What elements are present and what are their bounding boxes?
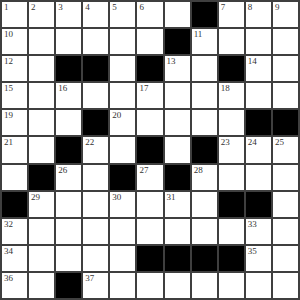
cell-r3c1[interactable] xyxy=(29,83,54,108)
clue-number-13: 13 xyxy=(167,56,176,66)
cell-r0c0[interactable]: 1 xyxy=(2,2,27,27)
cell-r9c1[interactable] xyxy=(29,246,54,271)
cell-r6c4-black xyxy=(110,165,135,190)
cell-r0c6[interactable] xyxy=(165,2,190,27)
cell-r2c4[interactable] xyxy=(110,56,135,81)
cell-r0c4[interactable]: 5 xyxy=(110,2,135,27)
cell-r10c5[interactable] xyxy=(137,273,162,298)
clue-number-30: 30 xyxy=(112,192,121,202)
cell-r4c5[interactable] xyxy=(137,110,162,135)
clue-number-32: 32 xyxy=(4,219,13,229)
clue-number-8: 8 xyxy=(248,2,253,12)
cell-r8c4[interactable] xyxy=(110,219,135,244)
cell-r7c3[interactable] xyxy=(83,192,108,217)
clue-number-25: 25 xyxy=(275,137,284,147)
cell-r9c0[interactable]: 34 xyxy=(2,246,27,271)
clue-number-33: 33 xyxy=(248,219,257,229)
cell-r7c0-black xyxy=(2,192,27,217)
cell-r3c7[interactable] xyxy=(192,83,217,108)
clue-number-11: 11 xyxy=(194,29,203,39)
cell-r0c3[interactable]: 4 xyxy=(83,2,108,27)
cell-r0c8[interactable]: 7 xyxy=(219,2,244,27)
clue-number-1: 1 xyxy=(4,2,9,12)
cell-r5c0[interactable]: 21 xyxy=(2,137,27,162)
cell-r4c8[interactable] xyxy=(219,110,244,135)
cell-r8c9[interactable]: 33 xyxy=(246,219,271,244)
cell-r8c6[interactable] xyxy=(165,219,190,244)
cell-r7c2[interactable] xyxy=(56,192,81,217)
cell-r5c7-black xyxy=(192,137,217,162)
cell-r1c10[interactable] xyxy=(273,29,298,54)
cell-r8c1[interactable] xyxy=(29,219,54,244)
clue-number-36: 36 xyxy=(4,273,13,283)
clue-number-9: 9 xyxy=(275,2,280,12)
cell-r9c8-black xyxy=(219,246,244,271)
cell-r3c3[interactable] xyxy=(83,83,108,108)
clue-number-12: 12 xyxy=(4,56,13,66)
cell-r0c1[interactable]: 2 xyxy=(29,2,54,27)
clue-number-24: 24 xyxy=(248,137,257,147)
cell-r6c6-black xyxy=(165,165,190,190)
cell-r2c8-black xyxy=(219,56,244,81)
cell-r8c3[interactable] xyxy=(83,219,108,244)
cell-r10c6[interactable] xyxy=(165,273,190,298)
cell-r6c2[interactable]: 26 xyxy=(56,165,81,190)
cell-r9c6-black xyxy=(165,246,190,271)
cell-r8c0[interactable]: 32 xyxy=(2,219,27,244)
cell-r6c7[interactable]: 28 xyxy=(192,165,217,190)
clue-number-7: 7 xyxy=(221,2,226,12)
cell-r9c3[interactable] xyxy=(83,246,108,271)
clue-number-26: 26 xyxy=(58,165,67,175)
cell-r10c10[interactable] xyxy=(273,273,298,298)
cell-r7c5[interactable] xyxy=(137,192,162,217)
cell-r0c2[interactable]: 3 xyxy=(56,2,81,27)
cell-r5c8[interactable]: 23 xyxy=(219,137,244,162)
cell-r3c9[interactable] xyxy=(246,83,271,108)
clue-number-5: 5 xyxy=(112,2,117,12)
cell-r6c5[interactable]: 27 xyxy=(137,165,162,190)
clue-number-20: 20 xyxy=(112,110,121,120)
cell-r2c7[interactable] xyxy=(192,56,217,81)
clue-number-15: 15 xyxy=(4,83,13,93)
cell-r5c6[interactable] xyxy=(165,137,190,162)
cell-r0c9[interactable]: 8 xyxy=(246,2,271,27)
cell-r10c2-black xyxy=(56,273,81,298)
cell-r9c10[interactable] xyxy=(273,246,298,271)
cell-r4c0[interactable]: 19 xyxy=(2,110,27,135)
clue-number-22: 22 xyxy=(85,137,94,147)
cell-r5c9[interactable]: 24 xyxy=(246,137,271,162)
cell-r4c6[interactable] xyxy=(165,110,190,135)
cell-r8c7[interactable] xyxy=(192,219,217,244)
cell-r9c9[interactable]: 35 xyxy=(246,246,271,271)
cell-r3c6[interactable] xyxy=(165,83,190,108)
cell-r5c10[interactable]: 25 xyxy=(273,137,298,162)
cell-r3c10[interactable] xyxy=(273,83,298,108)
clue-number-18: 18 xyxy=(221,83,230,93)
clue-number-27: 27 xyxy=(139,165,148,175)
cell-r6c3[interactable] xyxy=(83,165,108,190)
cell-r1c8[interactable] xyxy=(219,29,244,54)
cell-r4c10-black xyxy=(273,110,298,135)
cell-r7c1[interactable]: 29 xyxy=(29,192,54,217)
clue-number-21: 21 xyxy=(4,137,13,147)
cell-r9c7-black xyxy=(192,246,217,271)
cell-r4c4[interactable]: 20 xyxy=(110,110,135,135)
cell-r5c3[interactable]: 22 xyxy=(83,137,108,162)
cell-r3c5[interactable]: 17 xyxy=(137,83,162,108)
clue-number-23: 23 xyxy=(221,137,230,147)
clue-number-4: 4 xyxy=(85,2,90,12)
clue-number-31: 31 xyxy=(167,192,176,202)
cell-r10c1[interactable] xyxy=(29,273,54,298)
cell-r8c5[interactable] xyxy=(137,219,162,244)
clue-number-6: 6 xyxy=(139,2,144,12)
cell-r1c5[interactable] xyxy=(137,29,162,54)
cell-r2c10[interactable] xyxy=(273,56,298,81)
cell-r10c8[interactable] xyxy=(219,273,244,298)
cell-r8c2[interactable] xyxy=(56,219,81,244)
cell-r3c0[interactable]: 15 xyxy=(2,83,27,108)
cell-r5c1[interactable] xyxy=(29,137,54,162)
cell-r3c2[interactable]: 16 xyxy=(56,83,81,108)
cell-r5c5-black xyxy=(137,137,162,162)
cell-r1c7[interactable]: 11 xyxy=(192,29,217,54)
clue-number-34: 34 xyxy=(4,246,13,256)
cell-r2c9[interactable]: 14 xyxy=(246,56,271,81)
cell-r1c3[interactable] xyxy=(83,29,108,54)
cell-r1c0[interactable]: 10 xyxy=(2,29,27,54)
clue-number-2: 2 xyxy=(31,2,36,12)
cell-r1c9[interactable] xyxy=(246,29,271,54)
cell-r6c0[interactable] xyxy=(2,165,27,190)
cell-r6c10[interactable] xyxy=(273,165,298,190)
crossword-grid: 1234567891011121314151617181920212223242… xyxy=(0,0,300,300)
clue-number-14: 14 xyxy=(248,56,257,66)
cell-r7c6[interactable]: 31 xyxy=(165,192,190,217)
cell-r4c9-black xyxy=(246,110,271,135)
cell-r3c4[interactable] xyxy=(110,83,135,108)
cell-r6c8[interactable] xyxy=(219,165,244,190)
cell-r3c8[interactable]: 18 xyxy=(219,83,244,108)
clue-number-28: 28 xyxy=(194,165,203,175)
cell-r6c9[interactable] xyxy=(246,165,271,190)
cell-r5c4[interactable] xyxy=(110,137,135,162)
cell-r1c6-black xyxy=(165,29,190,54)
cell-r10c4[interactable] xyxy=(110,273,135,298)
cell-r1c4[interactable] xyxy=(110,29,135,54)
cell-r7c10[interactable] xyxy=(273,192,298,217)
cell-r1c1[interactable] xyxy=(29,29,54,54)
cell-r7c7[interactable] xyxy=(192,192,217,217)
cell-r0c5[interactable]: 6 xyxy=(137,2,162,27)
cell-r7c8-black xyxy=(219,192,244,217)
clue-number-10: 10 xyxy=(4,29,13,39)
cell-r2c2-black xyxy=(56,56,81,81)
clue-number-29: 29 xyxy=(31,192,40,202)
cell-r2c0[interactable]: 12 xyxy=(2,56,27,81)
cell-r8c10[interactable] xyxy=(273,219,298,244)
cell-r9c2[interactable] xyxy=(56,246,81,271)
cell-r4c3-black xyxy=(83,110,108,135)
cell-r10c9[interactable] xyxy=(246,273,271,298)
cell-r9c4[interactable] xyxy=(110,246,135,271)
cell-r10c0[interactable]: 36 xyxy=(2,273,27,298)
cell-r9c5-black xyxy=(137,246,162,271)
cell-r1c2[interactable] xyxy=(56,29,81,54)
cell-r2c3-black xyxy=(83,56,108,81)
cell-r4c7[interactable] xyxy=(192,110,217,135)
cell-r4c2[interactable] xyxy=(56,110,81,135)
cell-r2c5-black xyxy=(137,56,162,81)
cell-r7c9-black xyxy=(246,192,271,217)
cell-r4c1[interactable] xyxy=(29,110,54,135)
cell-r6c1-black xyxy=(29,165,54,190)
cell-r2c6[interactable]: 13 xyxy=(165,56,190,81)
cell-r7c4[interactable]: 30 xyxy=(110,192,135,217)
cell-r8c8[interactable] xyxy=(219,219,244,244)
cell-r0c10[interactable]: 9 xyxy=(273,2,298,27)
clue-number-19: 19 xyxy=(4,110,13,120)
clue-number-16: 16 xyxy=(58,83,67,93)
clue-number-17: 17 xyxy=(139,83,148,93)
clue-number-37: 37 xyxy=(85,273,94,283)
cell-r10c3[interactable]: 37 xyxy=(83,273,108,298)
cell-r0c7-black xyxy=(192,2,217,27)
cell-r10c7[interactable] xyxy=(192,273,217,298)
cell-r5c2-black xyxy=(56,137,81,162)
cell-r2c1[interactable] xyxy=(29,56,54,81)
clue-number-35: 35 xyxy=(248,246,257,256)
clue-number-3: 3 xyxy=(58,2,63,12)
